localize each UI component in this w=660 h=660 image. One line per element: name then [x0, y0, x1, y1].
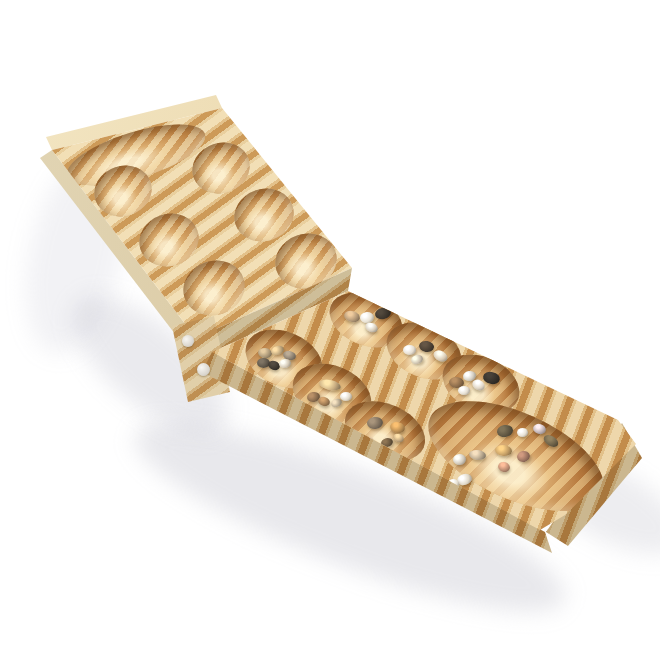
mancala-photo-scene	[0, 0, 660, 660]
raised-pit-left-3[interactable]	[176, 253, 252, 324]
pebble	[517, 428, 528, 437]
pebble	[452, 453, 466, 465]
pebble	[403, 345, 416, 355]
pebble	[458, 386, 470, 395]
hinge-pin-1	[182, 335, 194, 347]
hinge-pin-2	[197, 363, 210, 376]
pebble	[340, 392, 352, 401]
raised-pit-left-2[interactable]	[132, 206, 205, 274]
